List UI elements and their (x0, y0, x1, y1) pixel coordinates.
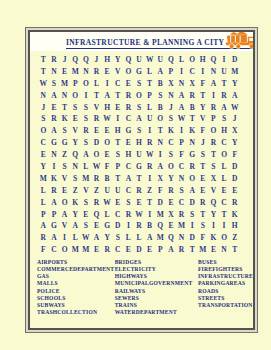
grid-cell[interactable]: C (38, 137, 49, 149)
grid-cell[interactable]: O (102, 137, 113, 149)
grid-cell[interactable]: P (208, 113, 219, 125)
grid-cell[interactable]: D (155, 197, 166, 209)
grid-cell[interactable]: H (112, 125, 123, 137)
grid-cell[interactable]: Z (70, 185, 81, 197)
grid-cell[interactable]: E (166, 197, 177, 209)
grid-cell[interactable]: L (219, 161, 230, 173)
grid-cell[interactable]: L (123, 232, 134, 244)
grid-cell[interactable]: A (49, 125, 60, 137)
grid-cell[interactable]: U (219, 66, 230, 78)
grid-cell[interactable]: K (49, 173, 60, 185)
grid-cell[interactable]: K (208, 232, 219, 244)
grid-cell[interactable]: X (187, 78, 198, 90)
grid-cell[interactable]: Q (208, 197, 219, 209)
grid-cell[interactable]: O (166, 161, 177, 173)
grid-cell[interactable]: W (134, 209, 145, 221)
grid-cell[interactable]: L (102, 209, 113, 221)
grid-cell[interactable]: A (81, 149, 92, 161)
grid-cell[interactable]: U (134, 54, 145, 66)
grid-cell[interactable]: H (229, 220, 240, 232)
grid-cell[interactable]: Q (166, 54, 177, 66)
grid-cell[interactable]: S (197, 149, 208, 161)
grid-cell[interactable]: F (229, 149, 240, 161)
grid-cell[interactable]: Q (155, 220, 166, 232)
grid-cell[interactable]: G (59, 137, 70, 149)
grid-cell[interactable]: C (112, 209, 123, 221)
grid-cell[interactable]: R (176, 244, 187, 256)
grid-cell[interactable]: S (81, 197, 92, 209)
grid-cell[interactable]: Y (166, 173, 177, 185)
grid-cell[interactable]: T (59, 102, 70, 114)
grid-cell[interactable]: C (123, 185, 134, 197)
grid-cell[interactable]: P (144, 90, 155, 102)
grid-cell[interactable]: Q (70, 54, 81, 66)
grid-cell[interactable]: E (49, 102, 60, 114)
grid-cell[interactable]: C (176, 197, 187, 209)
grid-cell[interactable]: D (112, 220, 123, 232)
grid-cell[interactable]: V (208, 185, 219, 197)
grid-cell[interactable]: I (187, 220, 198, 232)
grid-cell[interactable]: P (70, 78, 81, 90)
grid-cell[interactable]: N (208, 66, 219, 78)
grid-cell[interactable]: A (166, 244, 177, 256)
grid-cell[interactable]: E (102, 66, 113, 78)
grid-cell[interactable]: L (81, 161, 92, 173)
grid-cell[interactable]: F (197, 78, 208, 90)
grid-cell[interactable]: P (155, 244, 166, 256)
grid-cell[interactable]: E (166, 220, 177, 232)
grid-cell[interactable]: S (112, 149, 123, 161)
grid-cell[interactable]: L (134, 232, 145, 244)
grid-cell[interactable]: J (197, 137, 208, 149)
grid-cell[interactable]: R (134, 185, 145, 197)
grid-cell[interactable]: F (102, 161, 113, 173)
grid-cell[interactable]: S (81, 220, 92, 232)
grid-cell[interactable]: D (229, 54, 240, 66)
grid-cell[interactable]: S (208, 161, 219, 173)
grid-cell[interactable]: I (155, 149, 166, 161)
grid-cell[interactable]: C (219, 197, 230, 209)
grid-cell[interactable]: P (176, 137, 187, 149)
grid-cell[interactable]: I (112, 113, 123, 125)
grid-cell[interactable]: S (134, 125, 145, 137)
grid-cell[interactable]: H (219, 125, 230, 137)
grid-cell[interactable]: R (208, 137, 219, 149)
grid-cell[interactable]: O (70, 90, 81, 102)
grid-cell[interactable]: L (38, 197, 49, 209)
grid-cell[interactable]: E (134, 197, 145, 209)
grid-cell[interactable]: I (59, 232, 70, 244)
grid-cell[interactable]: D (229, 161, 240, 173)
grid-cell[interactable]: T (208, 149, 219, 161)
grid-cell[interactable]: M (176, 220, 187, 232)
grid-cell[interactable]: R (134, 220, 145, 232)
grid-cell[interactable]: R (229, 197, 240, 209)
grid-cell[interactable]: P (166, 66, 177, 78)
grid-cell[interactable]: A (144, 232, 155, 244)
grid-cell[interactable]: X (166, 209, 177, 221)
grid-cell[interactable]: O (81, 78, 92, 90)
grid-cell[interactable]: E (91, 125, 102, 137)
grid-cell[interactable]: X (208, 173, 219, 185)
grid-cell[interactable]: X (166, 78, 177, 90)
grid-cell[interactable]: R (102, 244, 113, 256)
grid-cell[interactable]: U (112, 185, 123, 197)
grid-cell[interactable]: T (112, 90, 123, 102)
grid-cell[interactable]: E (229, 185, 240, 197)
grid-cell[interactable]: O (123, 66, 134, 78)
grid-cell[interactable]: A (219, 102, 230, 114)
grid-cell[interactable]: V (59, 173, 70, 185)
grid-cell[interactable]: N (59, 90, 70, 102)
grid-cell[interactable]: A (155, 66, 166, 78)
grid-cell[interactable]: A (155, 161, 166, 173)
grid-cell[interactable]: W (176, 113, 187, 125)
grid-cell[interactable]: T (38, 66, 49, 78)
grid-cell[interactable]: B (102, 173, 113, 185)
grid-cell[interactable]: J (59, 54, 70, 66)
grid-cell[interactable]: Y (229, 137, 240, 149)
grid-cell[interactable]: R (49, 54, 60, 66)
grid-cell[interactable]: N (176, 232, 187, 244)
grid-cell[interactable]: P (38, 209, 49, 221)
grid-cell[interactable]: K (187, 125, 198, 137)
grid-cell[interactable]: S (59, 161, 70, 173)
grid-cell[interactable]: O (59, 197, 70, 209)
grid-cell[interactable]: I (219, 220, 230, 232)
grid-cell[interactable]: S (166, 113, 177, 125)
grid-cell[interactable]: Z (59, 149, 70, 161)
grid-cell[interactable]: S (59, 125, 70, 137)
grid-cell[interactable]: V (197, 113, 208, 125)
grid-cell[interactable]: H (134, 137, 145, 149)
grid-cell[interactable]: O (219, 149, 230, 161)
grid-cell[interactable]: S (219, 113, 230, 125)
grid-cell[interactable]: M (155, 232, 166, 244)
grid-cell[interactable]: A (176, 90, 187, 102)
grid-cell[interactable]: R (91, 66, 102, 78)
grid-cell[interactable]: O (187, 54, 198, 66)
grid-cell[interactable]: S (134, 102, 145, 114)
grid-cell[interactable]: L (176, 54, 187, 66)
grid-cell[interactable]: B (144, 220, 155, 232)
grid-cell[interactable]: Q (208, 54, 219, 66)
grid-cell[interactable]: A (176, 102, 187, 114)
grid-cell[interactable]: Q (70, 149, 81, 161)
grid-cell[interactable]: R (208, 102, 219, 114)
grid-cell[interactable]: R (144, 137, 155, 149)
grid-cell[interactable]: C (187, 66, 198, 78)
grid-cell[interactable]: T (187, 113, 198, 125)
grid-cell[interactable]: X (229, 125, 240, 137)
grid-cell[interactable]: L (144, 66, 155, 78)
grid-cell[interactable]: I (197, 66, 208, 78)
grid-cell[interactable]: E (70, 113, 81, 125)
grid-cell[interactable]: O (38, 125, 49, 137)
grid-cell[interactable]: N (187, 137, 198, 149)
grid-cell[interactable]: B (187, 102, 198, 114)
grid-cell[interactable]: I (49, 161, 60, 173)
grid-cell[interactable]: A (187, 185, 198, 197)
grid-cell[interactable]: V (91, 102, 102, 114)
grid-cell[interactable]: I (102, 78, 113, 90)
grid-cell[interactable]: T (144, 78, 155, 90)
grid-cell[interactable]: Y (208, 209, 219, 221)
grid-cell[interactable]: I (208, 90, 219, 102)
grid-cell[interactable]: A (134, 113, 145, 125)
grid-cell[interactable]: R (123, 102, 134, 114)
grid-cell[interactable]: G (49, 137, 60, 149)
grid-cell[interactable]: O (219, 232, 230, 244)
grid-cell[interactable]: A (38, 220, 49, 232)
grid-cell[interactable]: T (134, 173, 145, 185)
grid-cell[interactable]: F (155, 185, 166, 197)
grid-cell[interactable]: U (134, 149, 145, 161)
grid-cell[interactable]: O (91, 149, 102, 161)
grid-cell[interactable]: T (219, 209, 230, 221)
grid-cell[interactable]: R (38, 232, 49, 244)
grid-cell[interactable]: M (59, 78, 70, 90)
grid-cell[interactable]: G (134, 66, 145, 78)
grid-cell[interactable]: I (176, 66, 187, 78)
grid-cell[interactable]: K (229, 209, 240, 221)
grid-cell[interactable]: M (155, 209, 166, 221)
grid-cell[interactable]: U (144, 113, 155, 125)
grid-cell[interactable]: T (144, 197, 155, 209)
grid-cell[interactable]: S (123, 197, 134, 209)
grid-cell[interactable]: G (187, 149, 198, 161)
grid-cell[interactable]: M (197, 244, 208, 256)
grid-cell[interactable]: C (49, 244, 60, 256)
grid-cell[interactable]: E (197, 185, 208, 197)
grid-cell[interactable]: N (219, 244, 230, 256)
grid-cell[interactable]: F (197, 125, 208, 137)
grid-cell[interactable]: M (229, 66, 240, 78)
grid-cell[interactable]: S (49, 78, 60, 90)
grid-cell[interactable]: A (102, 90, 113, 102)
grid-cell[interactable]: T (197, 209, 208, 221)
grid-cell[interactable]: C (112, 78, 123, 90)
grid-cell[interactable]: A (229, 90, 240, 102)
grid-cell[interactable]: V (112, 66, 123, 78)
grid-cell[interactable]: J (166, 102, 177, 114)
grid-cell[interactable]: N (38, 90, 49, 102)
grid-cell[interactable]: G (49, 220, 60, 232)
grid-cell[interactable]: E (197, 173, 208, 185)
grid-cell[interactable]: F (197, 232, 208, 244)
grid-cell[interactable]: P (112, 161, 123, 173)
grid-cell[interactable]: Y (70, 137, 81, 149)
grid-cell[interactable]: N (176, 78, 187, 90)
grid-cell[interactable]: I (176, 125, 187, 137)
grid-cell[interactable]: R (91, 113, 102, 125)
grid-cell[interactable]: E (59, 66, 70, 78)
grid-cell[interactable]: T (229, 244, 240, 256)
grid-cell[interactable]: H (197, 54, 208, 66)
grid-cell[interactable]: E (123, 244, 134, 256)
grid-cell[interactable]: S (155, 90, 166, 102)
grid-cell[interactable]: I (81, 90, 92, 102)
grid-cell[interactable]: N (49, 66, 60, 78)
grid-cell[interactable]: I (144, 173, 155, 185)
grid-cell[interactable]: Q (81, 54, 92, 66)
grid-cell[interactable]: A (208, 78, 219, 90)
grid-cell[interactable]: R (81, 125, 92, 137)
grid-cell[interactable]: C (166, 137, 177, 149)
grid-cell[interactable]: E (91, 220, 102, 232)
grid-cell[interactable]: N (70, 161, 81, 173)
grid-cell[interactable]: I (144, 209, 155, 221)
grid-cell[interactable]: A (123, 173, 134, 185)
grid-cell[interactable]: N (81, 66, 92, 78)
grid-cell[interactable]: T (38, 54, 49, 66)
grid-cell[interactable]: V (70, 125, 81, 137)
grid-cell[interactable]: E (102, 149, 113, 161)
grid-cell[interactable]: S (197, 220, 208, 232)
grid-cell[interactable]: M (81, 173, 92, 185)
grid-cell[interactable]: S (176, 185, 187, 197)
grid-cell[interactable]: T (197, 90, 208, 102)
grid-cell[interactable]: R (49, 113, 60, 125)
grid-cell[interactable]: E (112, 102, 123, 114)
grid-cell[interactable]: E (123, 137, 134, 149)
grid-cell[interactable]: W (38, 78, 49, 90)
grid-cell[interactable]: Y (102, 232, 113, 244)
grid-cell[interactable]: E (112, 197, 123, 209)
grid-cell[interactable]: O (187, 173, 198, 185)
grid-cell[interactable]: Z (144, 185, 155, 197)
grid-cell[interactable]: W (102, 113, 113, 125)
grid-cell[interactable]: W (91, 161, 102, 173)
grid-cell[interactable]: B (155, 102, 166, 114)
grid-cell[interactable]: M (38, 173, 49, 185)
grid-cell[interactable]: G (134, 161, 145, 173)
grid-cell[interactable]: R (91, 197, 102, 209)
grid-cell[interactable]: T (112, 137, 123, 149)
grid-cell[interactable]: E (81, 209, 92, 221)
grid-cell[interactable]: P (49, 209, 60, 221)
grid-cell[interactable]: C (112, 244, 123, 256)
grid-cell[interactable]: H (123, 149, 134, 161)
grid-cell[interactable]: J (38, 102, 49, 114)
grid-cell[interactable]: R (91, 173, 102, 185)
grid-cell[interactable]: S (187, 209, 198, 221)
grid-cell[interactable]: D (187, 232, 198, 244)
grid-cell[interactable]: Y (70, 209, 81, 221)
grid-cell[interactable]: T (197, 161, 208, 173)
grid-cell[interactable]: M (81, 244, 92, 256)
grid-cell[interactable]: J (229, 113, 240, 125)
grid-cell[interactable]: M (70, 244, 81, 256)
grid-cell[interactable]: R (176, 209, 187, 221)
grid-cell[interactable]: S (70, 173, 81, 185)
grid-cell[interactable]: Y (197, 102, 208, 114)
grid-cell[interactable]: E (59, 185, 70, 197)
grid-cell[interactable]: R (123, 209, 134, 221)
grid-cell[interactable]: S (112, 232, 123, 244)
grid-cell[interactable]: E (123, 78, 134, 90)
grid-cell[interactable]: W (102, 197, 113, 209)
grid-cell[interactable]: H (102, 102, 113, 114)
grid-cell[interactable]: X (155, 173, 166, 185)
grid-cell[interactable]: D (187, 197, 198, 209)
grid-cell[interactable]: W (144, 54, 155, 66)
grid-cell[interactable]: N (166, 90, 177, 102)
grid-cell[interactable]: U (155, 54, 166, 66)
grid-cell[interactable]: Y (38, 161, 49, 173)
grid-cell[interactable]: D (134, 244, 145, 256)
grid-cell[interactable]: T (91, 90, 102, 102)
grid-cell[interactable]: R (187, 90, 198, 102)
grid-cell[interactable]: M (70, 66, 81, 78)
grid-cell[interactable]: I (208, 220, 219, 232)
grid-cell[interactable]: R (197, 197, 208, 209)
grid-cell[interactable]: I (144, 125, 155, 137)
grid-cell[interactable]: K (166, 125, 177, 137)
grid-cell[interactable]: L (38, 185, 49, 197)
grid-cell[interactable]: R (219, 90, 230, 102)
grid-cell[interactable]: D (91, 137, 102, 149)
grid-cell[interactable]: C (123, 113, 134, 125)
grid-cell[interactable]: A (49, 197, 60, 209)
grid-cell[interactable]: S (70, 102, 81, 114)
grid-cell[interactable]: O (155, 113, 166, 125)
grid-cell[interactable]: F (38, 244, 49, 256)
grid-cell[interactable]: A (59, 209, 70, 221)
grid-cell[interactable]: V (81, 185, 92, 197)
grid-cell[interactable]: L (219, 173, 230, 185)
grid-cell[interactable]: R (123, 90, 134, 102)
grid-cell[interactable]: S (166, 149, 177, 161)
grid-cell[interactable]: T (155, 125, 166, 137)
grid-cell[interactable]: N (176, 173, 187, 185)
grid-cell[interactable]: R (166, 185, 177, 197)
grid-cell[interactable]: L (91, 78, 102, 90)
grid-cell[interactable]: N (155, 137, 166, 149)
grid-cell[interactable]: K (59, 113, 70, 125)
grid-cell[interactable]: L (70, 232, 81, 244)
grid-cell[interactable]: G (123, 125, 134, 137)
grid-cell[interactable]: L (144, 102, 155, 114)
grid-cell[interactable]: S (81, 137, 92, 149)
grid-cell[interactable]: Z (229, 232, 240, 244)
grid-cell[interactable]: C (123, 161, 134, 173)
grid-cell[interactable]: U (102, 185, 113, 197)
grid-cell[interactable]: E (91, 244, 102, 256)
grid-cell[interactable]: V (59, 220, 70, 232)
grid-cell[interactable]: R (144, 161, 155, 173)
grid-cell[interactable]: T (187, 244, 198, 256)
grid-cell[interactable]: E (144, 244, 155, 256)
grid-cell[interactable]: Y (229, 78, 240, 90)
grid-cell[interactable]: B (155, 78, 166, 90)
grid-cell[interactable]: K (70, 197, 81, 209)
grid-cell[interactable]: Y (112, 54, 123, 66)
grid-cell[interactable]: Q (166, 232, 177, 244)
grid-cell[interactable]: A (49, 232, 60, 244)
grid-cell[interactable]: E (102, 125, 113, 137)
grid-cell[interactable]: E (38, 149, 49, 161)
grid-cell[interactable]: O (208, 125, 219, 137)
grid-cell[interactable]: A (49, 90, 60, 102)
grid-cell[interactable]: W (144, 149, 155, 161)
grid-cell[interactable]: S (38, 113, 49, 125)
grid-cell[interactable]: R (187, 161, 198, 173)
grid-cell[interactable]: D (229, 173, 240, 185)
grid-cell[interactable]: G (102, 220, 113, 232)
grid-cell[interactable]: C (176, 161, 187, 173)
grid-cell[interactable]: S (81, 102, 92, 114)
